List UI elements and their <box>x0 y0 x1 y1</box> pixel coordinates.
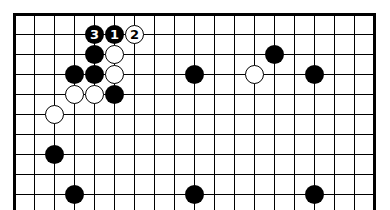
white-stone <box>65 85 84 104</box>
black-stone <box>185 185 204 204</box>
white-stone-move-2: 2 <box>125 25 144 44</box>
grid-line-vertical <box>354 13 355 210</box>
white-stone <box>45 105 64 124</box>
grid-line-vertical <box>314 13 315 210</box>
white-stone <box>105 65 124 84</box>
grid-line-vertical <box>274 13 275 210</box>
go-diagram: 312 <box>0 0 390 210</box>
black-stone <box>65 65 84 84</box>
grid-line-vertical <box>174 13 175 210</box>
grid-line-horizontal <box>13 174 374 175</box>
white-stone <box>105 45 124 64</box>
black-stone-move-1: 1 <box>105 25 124 44</box>
grid-line-horizontal <box>13 114 374 115</box>
board-edge-right <box>373 13 376 210</box>
grid-line-vertical <box>254 13 255 210</box>
grid-line-vertical <box>234 13 235 210</box>
black-stone <box>65 185 84 204</box>
grid-line-horizontal <box>13 154 374 155</box>
black-stone <box>185 65 204 84</box>
black-stone-move-3: 3 <box>85 25 104 44</box>
grid-line-horizontal <box>13 134 374 135</box>
black-stone <box>265 45 284 64</box>
grid-line-vertical <box>34 13 35 210</box>
black-stone <box>85 45 104 64</box>
grid-line-vertical <box>74 13 75 210</box>
black-stone <box>305 65 324 84</box>
move-number-label: 3 <box>90 28 99 41</box>
white-stone <box>85 85 104 104</box>
black-stone <box>105 85 124 104</box>
move-number-label: 1 <box>110 28 119 41</box>
move-number-label: 2 <box>130 28 139 41</box>
grid-line-horizontal <box>13 34 374 35</box>
black-stone <box>45 145 64 164</box>
grid-line-vertical <box>294 13 295 210</box>
grid-line-vertical <box>154 13 155 210</box>
grid-line-vertical <box>334 13 335 210</box>
grid-line-horizontal <box>13 54 374 55</box>
grid-line-vertical <box>194 13 195 210</box>
go-board: 312 <box>0 0 390 210</box>
white-stone <box>245 65 264 84</box>
grid-line-vertical <box>214 13 215 210</box>
board-edge-left <box>13 13 16 210</box>
black-stone <box>85 65 104 84</box>
black-stone <box>305 185 324 204</box>
